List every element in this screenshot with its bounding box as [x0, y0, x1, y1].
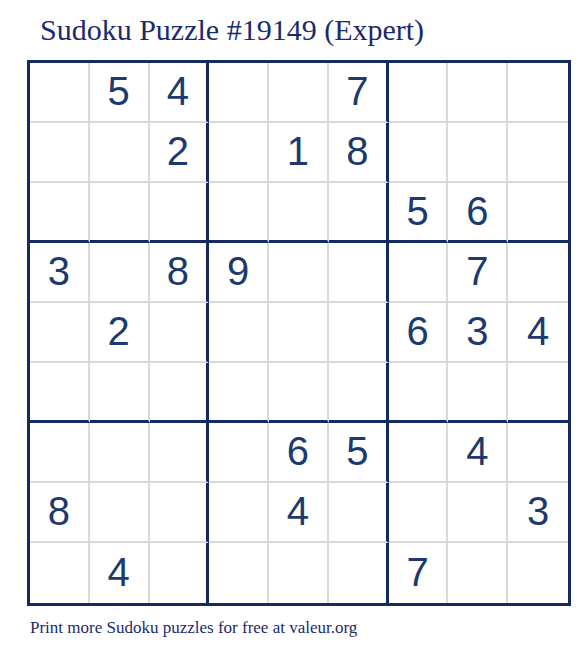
- sudoku-grid: 547218563897263465484347: [27, 60, 571, 606]
- cell-r9c9[interactable]: [508, 543, 568, 603]
- cell-r5c9[interactable]: 4: [508, 303, 568, 363]
- cell-r7c7[interactable]: [389, 423, 449, 483]
- cell-r9c1[interactable]: [30, 543, 90, 603]
- cell-r9c8[interactable]: [448, 543, 508, 603]
- cell-r4c3[interactable]: 8: [150, 243, 210, 303]
- cell-r9c2[interactable]: 4: [90, 543, 150, 603]
- cell-r7c9[interactable]: [508, 423, 568, 483]
- cell-r9c3[interactable]: [150, 543, 210, 603]
- cell-r2c3[interactable]: 2: [150, 123, 210, 183]
- cell-r1c8[interactable]: [448, 63, 508, 123]
- cell-r1c7[interactable]: [389, 63, 449, 123]
- cell-r6c1[interactable]: [30, 363, 90, 423]
- cell-r8c4[interactable]: [209, 483, 269, 543]
- cell-r3c4[interactable]: [209, 183, 269, 243]
- cell-r8c6[interactable]: [329, 483, 389, 543]
- cell-r8c9[interactable]: 3: [508, 483, 568, 543]
- cell-r1c4[interactable]: [209, 63, 269, 123]
- cell-r4c1[interactable]: 3: [30, 243, 90, 303]
- cell-r7c6[interactable]: 5: [329, 423, 389, 483]
- cell-r5c6[interactable]: [329, 303, 389, 363]
- cell-r8c8[interactable]: [448, 483, 508, 543]
- cell-r3c5[interactable]: [269, 183, 329, 243]
- cell-r5c3[interactable]: [150, 303, 210, 363]
- cell-r6c2[interactable]: [90, 363, 150, 423]
- cell-r6c3[interactable]: [150, 363, 210, 423]
- cell-r6c8[interactable]: [448, 363, 508, 423]
- cell-r1c5[interactable]: [269, 63, 329, 123]
- cell-r2c8[interactable]: [448, 123, 508, 183]
- cell-r3c7[interactable]: 5: [389, 183, 449, 243]
- cell-r3c9[interactable]: [508, 183, 568, 243]
- cell-r7c4[interactable]: [209, 423, 269, 483]
- sudoku-page: Sudoku Puzzle #19149 (Expert) 5472185638…: [0, 0, 580, 651]
- cell-r8c5[interactable]: 4: [269, 483, 329, 543]
- cell-r7c5[interactable]: 6: [269, 423, 329, 483]
- cell-r8c3[interactable]: [150, 483, 210, 543]
- cell-r4c8[interactable]: 7: [448, 243, 508, 303]
- cell-r3c6[interactable]: [329, 183, 389, 243]
- cell-r8c1[interactable]: 8: [30, 483, 90, 543]
- cell-r7c8[interactable]: 4: [448, 423, 508, 483]
- cell-r5c7[interactable]: 6: [389, 303, 449, 363]
- cell-r3c1[interactable]: [30, 183, 90, 243]
- cell-r3c2[interactable]: [90, 183, 150, 243]
- cell-r4c7[interactable]: [389, 243, 449, 303]
- cell-r7c2[interactable]: [90, 423, 150, 483]
- cell-r9c7[interactable]: 7: [389, 543, 449, 603]
- cell-r1c1[interactable]: [30, 63, 90, 123]
- cell-r5c5[interactable]: [269, 303, 329, 363]
- cell-r2c2[interactable]: [90, 123, 150, 183]
- cell-r2c7[interactable]: [389, 123, 449, 183]
- cell-r1c6[interactable]: 7: [329, 63, 389, 123]
- cell-r7c1[interactable]: [30, 423, 90, 483]
- cell-r8c2[interactable]: [90, 483, 150, 543]
- cell-r5c4[interactable]: [209, 303, 269, 363]
- cell-r7c3[interactable]: [150, 423, 210, 483]
- cell-r2c6[interactable]: 8: [329, 123, 389, 183]
- cell-r5c1[interactable]: [30, 303, 90, 363]
- cell-r2c9[interactable]: [508, 123, 568, 183]
- cell-r9c4[interactable]: [209, 543, 269, 603]
- cell-r4c9[interactable]: [508, 243, 568, 303]
- cell-r6c5[interactable]: [269, 363, 329, 423]
- cell-r2c5[interactable]: 1: [269, 123, 329, 183]
- cell-r4c4[interactable]: 9: [209, 243, 269, 303]
- cell-r2c1[interactable]: [30, 123, 90, 183]
- cell-r3c3[interactable]: [150, 183, 210, 243]
- cell-r4c6[interactable]: [329, 243, 389, 303]
- cell-r6c7[interactable]: [389, 363, 449, 423]
- cell-r6c4[interactable]: [209, 363, 269, 423]
- cell-r5c8[interactable]: 3: [448, 303, 508, 363]
- cell-r4c5[interactable]: [269, 243, 329, 303]
- cell-r1c3[interactable]: 4: [150, 63, 210, 123]
- cell-r8c7[interactable]: [389, 483, 449, 543]
- cell-r5c2[interactable]: 2: [90, 303, 150, 363]
- cell-r3c8[interactable]: 6: [448, 183, 508, 243]
- cell-r2c4[interactable]: [209, 123, 269, 183]
- cell-r9c6[interactable]: [329, 543, 389, 603]
- cell-r9c5[interactable]: [269, 543, 329, 603]
- footer-note: Print more Sudoku puzzles for free at va…: [30, 618, 580, 638]
- cell-r4c2[interactable]: [90, 243, 150, 303]
- page-title: Sudoku Puzzle #19149 (Expert): [40, 13, 580, 48]
- cell-r6c6[interactable]: [329, 363, 389, 423]
- cell-r6c9[interactable]: [508, 363, 568, 423]
- cell-r1c2[interactable]: 5: [90, 63, 150, 123]
- cell-r1c9[interactable]: [508, 63, 568, 123]
